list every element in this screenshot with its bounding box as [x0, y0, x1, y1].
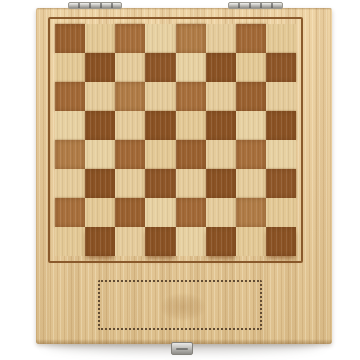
- board-square: [176, 111, 206, 140]
- board-square: [206, 82, 236, 111]
- board-square: [206, 198, 236, 227]
- board-square: [145, 227, 175, 256]
- board-square: [115, 169, 145, 198]
- board-square: [115, 82, 145, 111]
- board-square: [206, 140, 236, 169]
- board-square: [85, 24, 115, 53]
- board-square: [266, 227, 296, 256]
- board-square: [176, 53, 206, 82]
- hinge-right-icon: [228, 2, 283, 9]
- board-square: [55, 24, 85, 53]
- board-square: [266, 111, 296, 140]
- board-square: [85, 82, 115, 111]
- board-square: [236, 53, 266, 82]
- board-square: [266, 140, 296, 169]
- board-square: [55, 140, 85, 169]
- hinge-left-icon: [68, 2, 122, 9]
- board-square: [236, 227, 266, 256]
- board-square: [115, 198, 145, 227]
- board-square: [236, 111, 266, 140]
- board-square: [85, 198, 115, 227]
- board-square: [85, 227, 115, 256]
- board-square: [85, 53, 115, 82]
- bamboo-chess-box: [36, 8, 332, 344]
- board-square: [176, 227, 206, 256]
- board-square: [266, 24, 296, 53]
- board-square: [206, 169, 236, 198]
- board-square: [85, 140, 115, 169]
- board-grid: [55, 24, 296, 256]
- clasp-icon: [171, 342, 193, 355]
- board-square: [236, 24, 266, 53]
- board-square: [236, 82, 266, 111]
- board-square: [266, 82, 296, 111]
- board-square: [55, 53, 85, 82]
- board-square: [145, 53, 175, 82]
- board-square: [206, 227, 236, 256]
- board-square: [145, 140, 175, 169]
- board-square: [115, 111, 145, 140]
- board-square: [145, 111, 175, 140]
- board-square: [206, 24, 236, 53]
- board-square: [55, 227, 85, 256]
- board-square: [55, 82, 85, 111]
- deboss-logo-icon: [152, 288, 214, 326]
- board-square: [236, 169, 266, 198]
- board-square: [145, 198, 175, 227]
- board-square: [85, 111, 115, 140]
- board-square: [115, 140, 145, 169]
- board-square: [266, 169, 296, 198]
- board-square: [176, 169, 206, 198]
- board-square: [55, 111, 85, 140]
- board-square: [266, 53, 296, 82]
- board-square: [236, 198, 266, 227]
- board-square: [176, 140, 206, 169]
- board-square: [145, 82, 175, 111]
- board-square: [115, 227, 145, 256]
- board-square: [55, 198, 85, 227]
- board-square: [115, 24, 145, 53]
- chess-board: [48, 17, 303, 263]
- board-square: [85, 169, 115, 198]
- board-square: [236, 140, 266, 169]
- board-square: [206, 111, 236, 140]
- board-square: [145, 24, 175, 53]
- board-square: [206, 53, 236, 82]
- board-square: [176, 198, 206, 227]
- board-square: [145, 169, 175, 198]
- branding-area: [98, 280, 262, 330]
- board-square: [115, 53, 145, 82]
- board-square: [176, 24, 206, 53]
- board-square: [55, 169, 85, 198]
- product-photo: [0, 0, 360, 360]
- board-square: [266, 198, 296, 227]
- board-square: [176, 82, 206, 111]
